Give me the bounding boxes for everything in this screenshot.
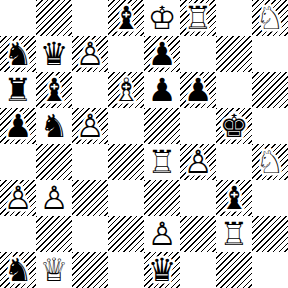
white-pawn: ♟♙ xyxy=(72,108,108,144)
white-pawn: ♟♙ xyxy=(72,36,108,72)
square-h5[interactable] xyxy=(252,108,288,144)
square-h3[interactable] xyxy=(252,180,288,216)
square-f1[interactable] xyxy=(180,252,216,288)
white-pawn-glyph: ♙ xyxy=(144,216,180,252)
black-knight-glyph: ♞ xyxy=(36,108,72,144)
square-a6[interactable]: ♜♜ xyxy=(0,72,36,108)
square-e2[interactable]: ♟♙ xyxy=(144,216,180,252)
square-a2[interactable] xyxy=(0,216,36,252)
white-pawn-glyph: ♙ xyxy=(180,144,216,180)
black-pawn-glyph: ♟ xyxy=(0,108,36,144)
square-c6[interactable] xyxy=(72,72,108,108)
chess-board: ♝♝♚♔♜♖♞♘♞♞♛♛♟♙♟♟♜♜♝♝♝♗♟♟♟♟♟♟♞♞♟♙♚♚♜♖♟♙♞♘… xyxy=(0,0,288,288)
square-h2[interactable] xyxy=(252,216,288,252)
square-e1[interactable]: ♛♛ xyxy=(144,252,180,288)
white-queen: ♛♕ xyxy=(36,252,72,288)
square-g1[interactable] xyxy=(216,252,252,288)
white-bishop-glyph: ♗ xyxy=(108,72,144,108)
black-pawn-glyph: ♟ xyxy=(144,36,180,72)
black-pawn-glyph: ♟ xyxy=(180,72,216,108)
white-knight-glyph: ♘ xyxy=(252,0,288,36)
square-c7[interactable]: ♟♙ xyxy=(72,36,108,72)
square-c8[interactable] xyxy=(72,0,108,36)
black-pawn: ♟♟ xyxy=(180,72,216,108)
square-g2[interactable]: ♜♖ xyxy=(216,216,252,252)
black-bishop: ♝♝ xyxy=(216,180,252,216)
square-c5[interactable]: ♟♙ xyxy=(72,108,108,144)
white-pawn-glyph: ♙ xyxy=(36,180,72,216)
square-e4[interactable]: ♜♖ xyxy=(144,144,180,180)
black-knight-glyph: ♞ xyxy=(0,36,36,72)
white-rook-glyph: ♖ xyxy=(180,0,216,36)
square-b3[interactable]: ♟♙ xyxy=(36,180,72,216)
white-king: ♚♔ xyxy=(144,0,180,36)
square-g5[interactable]: ♚♚ xyxy=(216,108,252,144)
black-king: ♚♚ xyxy=(216,108,252,144)
square-c1[interactable] xyxy=(72,252,108,288)
white-pawn-glyph: ♙ xyxy=(0,180,36,216)
square-h7[interactable] xyxy=(252,36,288,72)
square-h8[interactable]: ♞♘ xyxy=(252,0,288,36)
black-knight: ♞♞ xyxy=(36,108,72,144)
square-a4[interactable] xyxy=(0,144,36,180)
black-pawn-glyph: ♟ xyxy=(144,72,180,108)
black-queen-glyph: ♛ xyxy=(36,36,72,72)
square-f4[interactable]: ♟♙ xyxy=(180,144,216,180)
square-b7[interactable]: ♛♛ xyxy=(36,36,72,72)
square-b2[interactable] xyxy=(36,216,72,252)
square-h1[interactable] xyxy=(252,252,288,288)
white-pawn: ♟♙ xyxy=(36,180,72,216)
square-a1[interactable]: ♞♞ xyxy=(0,252,36,288)
white-king-glyph: ♔ xyxy=(144,0,180,36)
white-pawn: ♟♙ xyxy=(144,216,180,252)
square-b1[interactable]: ♛♕ xyxy=(36,252,72,288)
black-bishop-glyph: ♝ xyxy=(36,72,72,108)
square-g6[interactable] xyxy=(216,72,252,108)
black-rook-glyph: ♜ xyxy=(0,72,36,108)
square-d3[interactable] xyxy=(108,180,144,216)
white-knight: ♞♘ xyxy=(252,144,288,180)
square-b6[interactable]: ♝♝ xyxy=(36,72,72,108)
black-queen: ♛♛ xyxy=(36,36,72,72)
square-g3[interactable]: ♝♝ xyxy=(216,180,252,216)
white-knight: ♞♘ xyxy=(252,0,288,36)
square-g7[interactable] xyxy=(216,36,252,72)
square-b4[interactable] xyxy=(36,144,72,180)
square-g8[interactable] xyxy=(216,0,252,36)
black-knight: ♞♞ xyxy=(0,36,36,72)
square-c3[interactable] xyxy=(72,180,108,216)
black-pawn: ♟♟ xyxy=(0,108,36,144)
white-pawn: ♟♙ xyxy=(0,180,36,216)
black-queen-glyph: ♛ xyxy=(144,252,180,288)
square-f6[interactable]: ♟♟ xyxy=(180,72,216,108)
square-e6[interactable]: ♟♟ xyxy=(144,72,180,108)
square-d2[interactable] xyxy=(108,216,144,252)
square-c2[interactable] xyxy=(72,216,108,252)
square-f8[interactable]: ♜♖ xyxy=(180,0,216,36)
black-bishop: ♝♝ xyxy=(108,0,144,36)
white-bishop: ♝♗ xyxy=(108,72,144,108)
square-c4[interactable] xyxy=(72,144,108,180)
white-rook-glyph: ♖ xyxy=(144,144,180,180)
square-a5[interactable]: ♟♟ xyxy=(0,108,36,144)
square-f3[interactable] xyxy=(180,180,216,216)
black-bishop-glyph: ♝ xyxy=(108,0,144,36)
white-rook: ♜♖ xyxy=(144,144,180,180)
square-g4[interactable] xyxy=(216,144,252,180)
white-rook-glyph: ♖ xyxy=(216,216,252,252)
white-queen-glyph: ♕ xyxy=(36,252,72,288)
square-e8[interactable]: ♚♔ xyxy=(144,0,180,36)
square-d7[interactable] xyxy=(108,36,144,72)
black-knight: ♞♞ xyxy=(0,252,36,288)
square-f2[interactable] xyxy=(180,216,216,252)
square-b8[interactable] xyxy=(36,0,72,36)
square-h4[interactable]: ♞♘ xyxy=(252,144,288,180)
square-f5[interactable] xyxy=(180,108,216,144)
square-d6[interactable]: ♝♗ xyxy=(108,72,144,108)
white-pawn: ♟♙ xyxy=(180,144,216,180)
black-pawn: ♟♟ xyxy=(144,72,180,108)
square-d1[interactable] xyxy=(108,252,144,288)
square-e5[interactable] xyxy=(144,108,180,144)
black-rook: ♜♜ xyxy=(0,72,36,108)
square-a8[interactable] xyxy=(0,0,36,36)
white-rook: ♜♖ xyxy=(180,0,216,36)
black-bishop: ♝♝ xyxy=(36,72,72,108)
square-a7[interactable]: ♞♞ xyxy=(0,36,36,72)
square-e3[interactable] xyxy=(144,180,180,216)
black-queen: ♛♛ xyxy=(144,252,180,288)
square-a3[interactable]: ♟♙ xyxy=(0,180,36,216)
square-f7[interactable] xyxy=(180,36,216,72)
square-d4[interactable] xyxy=(108,144,144,180)
square-b5[interactable]: ♞♞ xyxy=(36,108,72,144)
black-knight-glyph: ♞ xyxy=(0,252,36,288)
white-pawn-glyph: ♙ xyxy=(72,108,108,144)
black-pawn: ♟♟ xyxy=(144,36,180,72)
square-e7[interactable]: ♟♟ xyxy=(144,36,180,72)
white-pawn-glyph: ♙ xyxy=(72,36,108,72)
white-knight-glyph: ♘ xyxy=(252,144,288,180)
square-d5[interactable] xyxy=(108,108,144,144)
square-d8[interactable]: ♝♝ xyxy=(108,0,144,36)
black-king-glyph: ♚ xyxy=(216,108,252,144)
white-rook: ♜♖ xyxy=(216,216,252,252)
square-h6[interactable] xyxy=(252,72,288,108)
black-bishop-glyph: ♝ xyxy=(216,180,252,216)
